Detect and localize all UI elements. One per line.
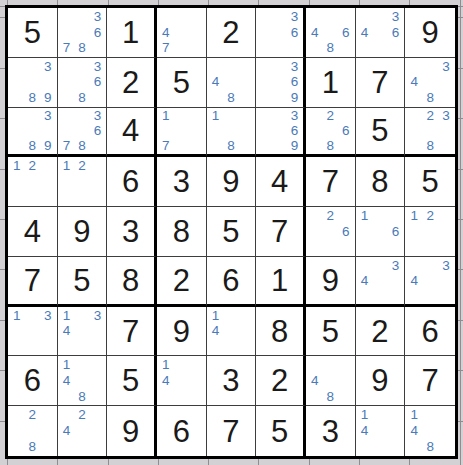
cell-r5c8[interactable]: 16: [356, 207, 406, 257]
candidate-slot: [90, 373, 106, 389]
candidate-slot: [158, 9, 174, 25]
candidate-grid: 13: [9, 308, 56, 355]
candidate-slot: [9, 123, 25, 138]
candidate-digit: 4: [59, 423, 75, 439]
candidate-slot: [174, 138, 190, 153]
cell-r6c8[interactable]: 34: [356, 257, 406, 307]
candidate-slot: [307, 40, 323, 56]
candidate-slot: [90, 439, 106, 455]
cell-value: 4: [122, 115, 139, 146]
cell-r8c1[interactable]: 6: [8, 356, 58, 406]
candidate-slot: [9, 74, 25, 90]
candidate-digit: 9: [287, 138, 302, 153]
candidate-slot: [189, 138, 205, 153]
candidate-slot: [25, 59, 41, 75]
candidate-slot: [357, 439, 373, 455]
candidate-grid: 134: [59, 308, 106, 355]
cell-r5c6[interactable]: 7: [256, 207, 306, 257]
candidate-slot: [388, 239, 404, 255]
candidate-digit: 3: [438, 59, 454, 75]
candidate-slot: [388, 208, 404, 224]
cell-r1c5[interactable]: 2: [207, 8, 257, 58]
cell-r3c3[interactable]: 4: [107, 108, 157, 158]
cell-r6c5[interactable]: 6: [207, 257, 257, 307]
candidate-slot: [406, 288, 422, 303]
cell-r1c6[interactable]: 36: [256, 8, 306, 58]
candidate-digit: 8: [25, 90, 41, 106]
candidate-slot: [257, 9, 272, 25]
candidate-slot: [257, 90, 272, 106]
cell-r5c5[interactable]: 5: [207, 207, 257, 257]
cell-r9c5[interactable]: 7: [207, 406, 257, 456]
candidate-digit: 3: [90, 308, 106, 324]
candidate-digit: 1: [406, 407, 422, 423]
cell-r8c3[interactable]: 5: [107, 356, 157, 406]
cell-value: 3: [222, 365, 239, 396]
candidate-slot: [272, 138, 287, 153]
cell-value: 9: [422, 17, 439, 48]
candidate-slot: [189, 389, 205, 405]
candidate-slot: [90, 190, 106, 206]
cell-r2c4[interactable]: 5: [157, 58, 207, 108]
candidate-slot: [406, 224, 422, 240]
candidate-slot: [307, 9, 323, 25]
cell-r4c7[interactable]: 7: [306, 157, 356, 207]
cell-r3c1[interactable]: 389: [8, 108, 58, 158]
sudoku-board: 5367814723646834693893682548369173483893…: [5, 5, 458, 459]
candidate-slot: [438, 90, 454, 106]
cell-r9c3[interactable]: 9: [107, 406, 157, 456]
candidate-slot: [438, 208, 454, 224]
cell-r9c7[interactable]: 3: [306, 406, 356, 456]
candidate-digit: 3: [438, 109, 454, 124]
cell-r4c8[interactable]: 8: [356, 157, 406, 207]
candidate-slot: [74, 373, 90, 389]
candidate-slot: [357, 40, 373, 56]
cell-value: 8: [122, 265, 139, 296]
candidate-slot: [9, 323, 25, 339]
cell-value: 2: [271, 365, 288, 396]
cell-value: 9: [122, 416, 139, 447]
candidate-slot: [25, 190, 41, 206]
candidate-slot: [422, 258, 438, 273]
candidate-slot: [59, 9, 75, 25]
candidate-slot: [59, 25, 75, 41]
candidate-slot: [208, 123, 224, 138]
candidate-slot: [90, 138, 106, 153]
candidate-digit: 3: [40, 308, 56, 324]
cell-value: 7: [371, 67, 388, 98]
cell-r5c9[interactable]: 12: [405, 207, 455, 257]
cell-r5c4[interactable]: 8: [157, 207, 207, 257]
candidate-slot: [9, 339, 25, 355]
candidate-slot: [239, 109, 255, 124]
cell-value: 6: [24, 365, 41, 396]
cell-r7c6[interactable]: 8: [256, 307, 306, 357]
candidate-slot: [422, 239, 438, 255]
candidate-digit: 8: [422, 439, 438, 455]
candidate-grid: 28: [9, 407, 56, 455]
candidate-slot: [9, 90, 25, 106]
cell-r2c3[interactable]: 2: [107, 58, 157, 108]
candidate-digit: 2: [323, 109, 339, 124]
candidate-digit: 4: [208, 74, 224, 90]
candidate-slot: [338, 109, 354, 124]
candidate-slot: [9, 407, 25, 423]
cell-r7c1[interactable]: 13: [8, 307, 58, 357]
candidate-slot: [40, 174, 56, 190]
candidate-slot: [223, 74, 239, 90]
cell-r7c7[interactable]: 5: [306, 307, 356, 357]
cell-r2c8[interactable]: 7: [356, 58, 406, 108]
cell-r9c2[interactable]: 24: [58, 406, 108, 456]
candidate-slot: [438, 423, 454, 439]
candidate-slot: [338, 9, 354, 25]
candidate-digit: 4: [59, 323, 75, 339]
candidate-slot: [406, 239, 422, 255]
candidate-slot: [90, 174, 106, 190]
candidate-digit: 6: [90, 123, 106, 138]
candidate-slot: [257, 109, 272, 124]
cell-r8c8[interactable]: 9: [356, 356, 406, 406]
candidate-grid: 48: [208, 59, 255, 106]
cell-r8c6[interactable]: 2: [256, 356, 306, 406]
cell-r3c4[interactable]: 17: [157, 108, 207, 158]
cell-r3c2[interactable]: 3678: [58, 108, 108, 158]
candidate-slot: [223, 308, 239, 324]
candidate-slot: [438, 288, 454, 303]
cell-value: 1: [322, 67, 339, 98]
candidate-grid: 17: [158, 109, 205, 154]
cell-r1c7[interactable]: 468: [306, 8, 356, 58]
candidate-slot: [406, 138, 422, 153]
candidate-grid: 48: [307, 357, 354, 404]
candidate-slot: [272, 9, 287, 25]
candidate-digit: 4: [158, 373, 174, 389]
candidate-slot: [372, 423, 388, 439]
candidate-slot: [25, 109, 41, 124]
cell-value: 5: [24, 17, 41, 48]
cell-r7c3[interactable]: 7: [107, 307, 157, 357]
cell-r6c4[interactable]: 2: [157, 257, 207, 307]
candidate-slot: [272, 25, 287, 41]
candidate-digit: 1: [208, 109, 224, 124]
candidate-digit: 8: [74, 90, 90, 106]
candidate-slot: [406, 90, 422, 106]
candidate-slot: [257, 59, 272, 75]
candidate-slot: [438, 123, 454, 138]
candidate-slot: [338, 357, 354, 373]
cell-r9c6[interactable]: 5: [256, 406, 306, 456]
candidate-slot: [406, 59, 422, 75]
candidate-digit: 6: [90, 74, 106, 90]
cell-r1c8[interactable]: 346: [356, 8, 406, 58]
candidate-slot: [372, 224, 388, 240]
candidate-digit: 6: [287, 123, 302, 138]
cell-r5c1[interactable]: 4: [8, 207, 58, 257]
candidate-slot: [307, 357, 323, 373]
candidate-slot: [174, 389, 190, 405]
candidate-slot: [257, 74, 272, 90]
candidate-digit: 8: [25, 138, 41, 153]
candidate-slot: [323, 25, 339, 41]
cell-r9c9[interactable]: 148: [405, 406, 455, 456]
candidate-slot: [422, 123, 438, 138]
candidate-slot: [372, 273, 388, 288]
candidate-digit: 1: [158, 109, 174, 124]
candidate-slot: [323, 123, 339, 138]
candidate-grid: 238: [406, 109, 454, 154]
candidate-slot: [307, 109, 323, 124]
cell-r8c7[interactable]: 48: [306, 356, 356, 406]
cell-value: 1: [271, 265, 288, 296]
candidate-slot: [40, 158, 56, 174]
candidate-slot: [90, 339, 106, 355]
cell-r3c7[interactable]: 268: [306, 108, 356, 158]
candidate-slot: [25, 123, 41, 138]
candidate-digit: 9: [40, 138, 56, 153]
cell-r5c3[interactable]: 3: [107, 207, 157, 257]
cell-r4c4[interactable]: 3: [157, 157, 207, 207]
candidate-grid: 3678: [59, 9, 106, 56]
candidate-slot: [239, 74, 255, 90]
cell-r9c8[interactable]: 14: [356, 406, 406, 456]
cell-r9c4[interactable]: 6: [157, 406, 207, 456]
candidate-digit: 7: [158, 138, 174, 153]
cell-value: 2: [222, 17, 239, 48]
candidate-slot: [59, 407, 75, 423]
candidate-slot: [59, 389, 75, 405]
candidate-digit: 4: [208, 323, 224, 339]
candidate-grid: 26: [307, 208, 354, 255]
candidate-slot: [239, 123, 255, 138]
candidate-slot: [25, 174, 41, 190]
cell-r7c9[interactable]: 6: [405, 307, 455, 357]
cell-value: 6: [222, 265, 239, 296]
candidate-slot: [272, 40, 287, 56]
candidate-slot: [438, 74, 454, 90]
cell-r9c1[interactable]: 28: [8, 406, 58, 456]
candidate-slot: [189, 123, 205, 138]
candidate-slot: [372, 258, 388, 273]
candidate-slot: [388, 40, 404, 56]
candidate-slot: [40, 323, 56, 339]
candidate-slot: [174, 109, 190, 124]
candidate-slot: [90, 357, 106, 373]
cell-value: 6: [122, 166, 139, 197]
candidate-slot: [388, 273, 404, 288]
candidate-digit: 3: [90, 109, 106, 124]
cell-r6c9[interactable]: 34: [405, 257, 455, 307]
candidate-slot: [338, 208, 354, 224]
candidate-slot: [307, 138, 323, 153]
candidate-slot: [357, 288, 373, 303]
cell-r5c7[interactable]: 26: [306, 207, 356, 257]
cell-r8c2[interactable]: 148: [58, 356, 108, 406]
cell-r4c2[interactable]: 12: [58, 157, 108, 207]
candidate-digit: 3: [388, 258, 404, 273]
cell-r6c3[interactable]: 8: [107, 257, 157, 307]
candidate-slot: [74, 423, 90, 439]
candidate-slot: [158, 123, 174, 138]
candidate-slot: [257, 138, 272, 153]
cell-value: 9: [173, 316, 190, 347]
candidate-slot: [388, 423, 404, 439]
cell-r1c4[interactable]: 47: [157, 8, 207, 58]
cell-r8c4[interactable]: 14: [157, 356, 207, 406]
candidate-slot: [189, 373, 205, 389]
cell-r4c6[interactable]: 4: [256, 157, 306, 207]
candidate-grid: 369: [257, 59, 302, 106]
cell-r5c2[interactable]: 9: [58, 207, 108, 257]
cell-r2c1[interactable]: 389: [8, 58, 58, 108]
candidate-slot: [40, 407, 56, 423]
cell-r7c5[interactable]: 14: [207, 307, 257, 357]
cell-r1c9[interactable]: 9: [405, 8, 455, 58]
candidate-digit: 3: [40, 109, 56, 124]
candidate-slot: [422, 423, 438, 439]
app-background: 5367814723646834693893682548369173483893…: [0, 0, 463, 465]
candidate-slot: [40, 74, 56, 90]
cell-r3c8[interactable]: 5: [356, 108, 406, 158]
candidate-slot: [90, 423, 106, 439]
candidate-digit: 2: [74, 158, 90, 174]
candidate-slot: [239, 138, 255, 153]
candidate-slot: [174, 123, 190, 138]
candidate-slot: [257, 123, 272, 138]
candidate-digit: 8: [323, 138, 339, 153]
candidate-grid: 346: [357, 9, 404, 56]
cell-r6c6[interactable]: 1: [256, 257, 306, 307]
cell-value: 3: [122, 216, 139, 247]
candidate-slot: [208, 90, 224, 106]
cell-value: 8: [173, 216, 190, 247]
candidate-slot: [74, 74, 90, 90]
cell-r3c5[interactable]: 18: [207, 108, 257, 158]
candidate-digit: 9: [40, 90, 56, 106]
candidate-digit: 6: [287, 25, 302, 41]
candidate-slot: [422, 407, 438, 423]
candidate-slot: [422, 59, 438, 75]
cell-r2c7[interactable]: 1: [306, 58, 356, 108]
candidate-digit: 3: [90, 9, 106, 25]
candidate-slot: [74, 323, 90, 339]
candidate-digit: 8: [323, 40, 339, 56]
cell-r7c4[interactable]: 9: [157, 307, 207, 357]
cell-r8c5[interactable]: 3: [207, 356, 257, 406]
candidate-digit: 6: [90, 25, 106, 41]
cell-r4c3[interactable]: 6: [107, 157, 157, 207]
candidate-slot: [338, 239, 354, 255]
cell-value: 7: [422, 365, 439, 396]
cell-value: 5: [371, 115, 388, 146]
cell-value: 1: [122, 17, 139, 48]
candidate-grid: 368: [59, 59, 106, 106]
cell-r4c5[interactable]: 9: [207, 157, 257, 207]
candidate-grid: 348: [406, 59, 454, 106]
cell-r4c1[interactable]: 12: [8, 157, 58, 207]
candidate-grid: 18: [208, 109, 255, 154]
candidate-digit: 1: [357, 208, 373, 224]
candidate-slot: [74, 25, 90, 41]
cell-r6c7[interactable]: 9: [306, 257, 356, 307]
candidate-grid: 47: [158, 9, 205, 56]
candidate-slot: [372, 407, 388, 423]
cell-r2c2[interactable]: 368: [58, 58, 108, 108]
candidate-slot: [323, 239, 339, 255]
candidate-slot: [174, 25, 190, 41]
candidate-digit: 6: [338, 224, 354, 240]
cell-r2c6[interactable]: 369: [256, 58, 306, 108]
cell-value: 5: [73, 265, 90, 296]
candidate-slot: [174, 9, 190, 25]
candidate-grid: 389: [9, 59, 56, 106]
candidate-slot: [239, 339, 255, 355]
cell-value: 4: [271, 166, 288, 197]
candidate-digit: 7: [59, 40, 75, 56]
candidate-grid: 369: [257, 109, 302, 154]
cell-r1c3[interactable]: 1: [107, 8, 157, 58]
cell-r4c9[interactable]: 5: [405, 157, 455, 207]
candidate-digit: 1: [9, 158, 25, 174]
candidate-slot: [307, 224, 323, 240]
candidate-grid: 34: [357, 258, 404, 303]
cell-value: 6: [422, 316, 439, 347]
candidate-slot: [74, 339, 90, 355]
candidate-slot: [257, 40, 272, 56]
candidate-slot: [174, 40, 190, 56]
candidate-slot: [338, 138, 354, 153]
candidate-slot: [323, 9, 339, 25]
candidate-digit: 8: [74, 40, 90, 56]
candidate-slot: [388, 407, 404, 423]
candidate-slot: [74, 123, 90, 138]
candidate-slot: [272, 90, 287, 106]
candidate-slot: [90, 389, 106, 405]
candidate-slot: [272, 123, 287, 138]
candidate-slot: [74, 308, 90, 324]
cell-r7c8[interactable]: 2: [356, 307, 406, 357]
cell-r3c9[interactable]: 238: [405, 108, 455, 158]
candidate-digit: 6: [388, 25, 404, 41]
candidate-slot: [422, 74, 438, 90]
cell-r6c1[interactable]: 7: [8, 257, 58, 307]
candidate-digit: 4: [406, 273, 422, 288]
candidate-slot: [438, 239, 454, 255]
cell-r7c2[interactable]: 134: [58, 307, 108, 357]
candidate-slot: [307, 208, 323, 224]
candidate-slot: [59, 109, 75, 124]
candidate-slot: [208, 59, 224, 75]
cell-r8c9[interactable]: 7: [405, 356, 455, 406]
cell-r6c2[interactable]: 5: [58, 257, 108, 307]
candidate-grid: 3678: [59, 109, 106, 154]
cell-r2c5[interactable]: 48: [207, 58, 257, 108]
candidate-digit: 3: [438, 258, 454, 273]
cell-r2c9[interactable]: 348: [405, 58, 455, 108]
cell-value: 5: [122, 365, 139, 396]
cell-r3c6[interactable]: 369: [256, 108, 306, 158]
candidate-digit: 3: [40, 59, 56, 75]
candidate-slot: [40, 190, 56, 206]
candidate-slot: [90, 158, 106, 174]
cell-r1c2[interactable]: 3678: [58, 8, 108, 58]
candidate-slot: [438, 273, 454, 288]
candidate-slot: [272, 59, 287, 75]
cell-value: 9: [222, 166, 239, 197]
candidate-slot: [74, 59, 90, 75]
cell-r1c1[interactable]: 5: [8, 8, 58, 58]
